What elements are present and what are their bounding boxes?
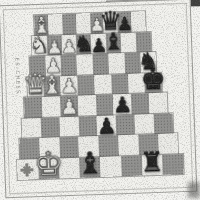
piece-black-pawn-e3[interactable]: ♟ xyxy=(96,114,117,137)
square-f2[interactable] xyxy=(118,135,138,156)
square-c3[interactable] xyxy=(59,116,78,137)
square-e6[interactable] xyxy=(93,54,110,75)
square-d6[interactable] xyxy=(77,54,94,75)
board-grid: ♝♟♛♟♞♟♟♞♟♝♟♞♛♝♟♚♟♟♟♚♝♜ xyxy=(0,0,196,197)
square-f3[interactable] xyxy=(116,114,135,135)
square-b3[interactable] xyxy=(41,117,60,138)
square-d5[interactable] xyxy=(77,75,95,96)
piece-black-bishop-f7[interactable]: ♝ xyxy=(103,30,125,54)
piece-black-rook-g1[interactable]: ♜ xyxy=(140,149,165,177)
piece-white-king-b1[interactable]: ♚ xyxy=(33,147,63,180)
square-h3[interactable] xyxy=(153,113,172,134)
square-f1[interactable] xyxy=(121,155,142,176)
chessboard-photo: ♝♟♛♟♞♟♟♞♟♝♟♞♛♝♟♚♟♟♟♚♝♜ ES-CHESS xyxy=(0,0,200,200)
board-mat: ♝♟♛♟♞♟♟♞♟♝♟♞♛♝♟♚♟♟♟♚♝♜ ES-CHESS xyxy=(0,0,197,198)
photo-smudge xyxy=(188,182,200,198)
piece-black-king-h5[interactable]: ♚ xyxy=(140,66,166,95)
piece-black-bishop-d1[interactable]: ♝ xyxy=(76,149,104,179)
logo-emblem xyxy=(20,163,33,176)
piece-white-pawn-c4[interactable]: ♟ xyxy=(59,96,79,118)
square-a3[interactable] xyxy=(22,118,41,139)
square-d4[interactable] xyxy=(78,95,97,116)
square-g3[interactable] xyxy=(135,114,154,135)
square-f6[interactable] xyxy=(108,53,125,74)
square-h8[interactable] xyxy=(131,11,146,32)
square-d3[interactable] xyxy=(78,116,97,137)
square-h1[interactable] xyxy=(162,154,183,175)
square-e5[interactable] xyxy=(94,74,112,95)
